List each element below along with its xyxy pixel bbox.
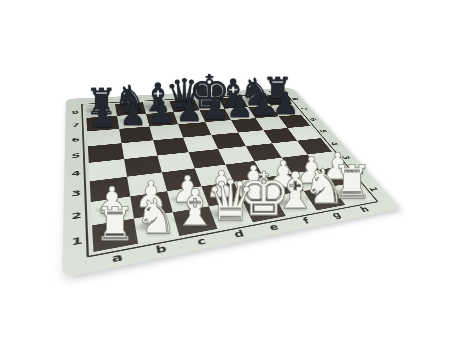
file-label-bottom-e: e bbox=[268, 222, 280, 232]
rank-label-right-7: 7 bbox=[299, 107, 309, 110]
file-label-bottom-h: h bbox=[358, 205, 370, 213]
rank-label-right-3: 3 bbox=[341, 155, 352, 160]
rank-label-right-8: 8 bbox=[291, 97, 300, 100]
rank-label-right-4: 4 bbox=[329, 142, 340, 146]
rank-label-right-2: 2 bbox=[353, 170, 365, 175]
file-label-top-f: f bbox=[225, 92, 231, 96]
rank-label-left-2: 2 bbox=[71, 211, 82, 221]
file-label-top-b: b bbox=[124, 97, 132, 101]
file-label-top-e: e bbox=[201, 93, 208, 97]
rank-label-left-7: 7 bbox=[71, 123, 79, 128]
rank-label-right-5: 5 bbox=[318, 129, 328, 133]
file-label-bottom-g: g bbox=[330, 210, 342, 219]
rank-label-left-1: 1 bbox=[71, 235, 82, 246]
file-label-bottom-f: f bbox=[301, 216, 310, 225]
file-label-top-d: d bbox=[177, 95, 185, 99]
file-label-top-c: c bbox=[152, 96, 159, 100]
rank-label-left-5: 5 bbox=[71, 152, 80, 159]
file-label-top-h: h bbox=[267, 90, 275, 93]
file-label-top-a: a bbox=[97, 99, 104, 103]
rank-label-left-8: 8 bbox=[71, 110, 79, 115]
rank-label-right-6: 6 bbox=[308, 118, 318, 121]
rank-label-right-1: 1 bbox=[367, 186, 380, 192]
rank-label-left-3: 3 bbox=[71, 189, 81, 198]
chess-photo-scene: aabbccddeeffgghh1122334455667788 ♜♞♝♛♚♝♞… bbox=[0, 0, 460, 350]
rank-label-left-6: 6 bbox=[71, 137, 79, 143]
file-label-bottom-b: b bbox=[155, 243, 168, 255]
file-label-bottom-c: c bbox=[196, 236, 207, 247]
file-label-top-g: g bbox=[246, 91, 254, 95]
file-label-bottom-d: d bbox=[233, 229, 246, 239]
chess-board-mat: aabbccddeeffgghh1122334455667788 bbox=[62, 88, 400, 278]
rank-label-left-4: 4 bbox=[71, 170, 80, 178]
file-label-bottom-a: a bbox=[111, 252, 123, 264]
